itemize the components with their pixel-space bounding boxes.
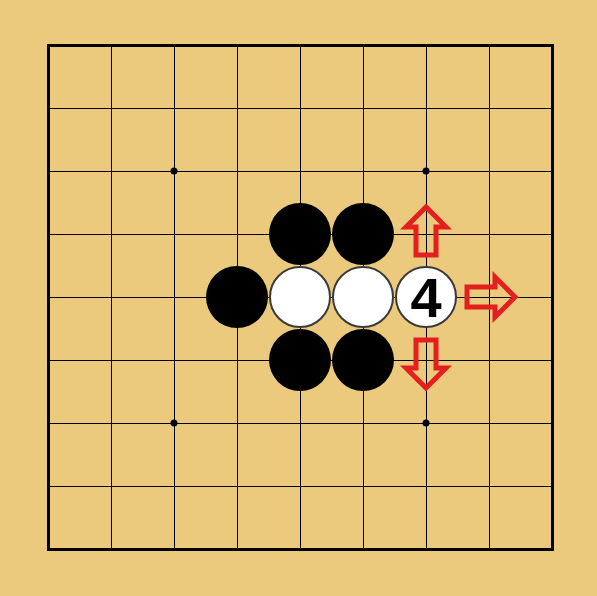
intersection-E6[interactable] bbox=[269, 203, 332, 266]
intersection-E1[interactable] bbox=[269, 518, 332, 581]
white-stone-F5 bbox=[332, 266, 394, 328]
black-stone-E6 bbox=[269, 203, 331, 265]
intersection-B8[interactable] bbox=[80, 77, 143, 140]
intersection-H7[interactable] bbox=[458, 140, 521, 203]
intersection-A3[interactable] bbox=[17, 392, 80, 455]
intersection-G2[interactable] bbox=[395, 455, 458, 518]
intersection-G7[interactable] bbox=[395, 140, 458, 203]
arrow-up-icon bbox=[404, 205, 448, 257]
move-number-label: 4 bbox=[410, 270, 441, 326]
intersection-A8[interactable] bbox=[17, 77, 80, 140]
intersection-E3[interactable] bbox=[269, 392, 332, 455]
intersection-C1[interactable] bbox=[143, 518, 206, 581]
intersection-H6[interactable] bbox=[458, 203, 521, 266]
intersection-A6[interactable] bbox=[17, 203, 80, 266]
intersection-B7[interactable] bbox=[80, 140, 143, 203]
intersection-D1[interactable] bbox=[206, 518, 269, 581]
intersection-H9[interactable] bbox=[458, 14, 521, 77]
intersection-H2[interactable] bbox=[458, 455, 521, 518]
intersection-J5[interactable] bbox=[521, 266, 584, 329]
intersection-F5[interactable] bbox=[332, 266, 395, 329]
intersection-G9[interactable] bbox=[395, 14, 458, 77]
intersection-C7[interactable] bbox=[143, 140, 206, 203]
intersection-A1[interactable] bbox=[17, 518, 80, 581]
intersection-B1[interactable] bbox=[80, 518, 143, 581]
intersection-C5[interactable] bbox=[143, 266, 206, 329]
intersection-J8[interactable] bbox=[521, 77, 584, 140]
intersection-G4[interactable] bbox=[395, 329, 458, 392]
intersection-J4[interactable] bbox=[521, 329, 584, 392]
intersection-E5[interactable] bbox=[269, 266, 332, 329]
intersection-F6[interactable] bbox=[332, 203, 395, 266]
go-board[interactable]: 4 bbox=[17, 14, 584, 581]
arrow-right-icon bbox=[469, 271, 513, 323]
intersection-A5[interactable] bbox=[17, 266, 80, 329]
intersection-F4[interactable] bbox=[332, 329, 395, 392]
intersection-F9[interactable] bbox=[332, 14, 395, 77]
intersection-D9[interactable] bbox=[206, 14, 269, 77]
intersection-B5[interactable] bbox=[80, 266, 143, 329]
intersection-H1[interactable] bbox=[458, 518, 521, 581]
intersection-G6[interactable] bbox=[395, 203, 458, 266]
intersection-H5[interactable] bbox=[458, 266, 521, 329]
intersection-G8[interactable] bbox=[395, 77, 458, 140]
intersection-F7[interactable] bbox=[332, 140, 395, 203]
arrow-down-icon bbox=[404, 338, 448, 390]
intersection-F1[interactable] bbox=[332, 518, 395, 581]
intersection-D5[interactable] bbox=[206, 266, 269, 329]
intersection-D2[interactable] bbox=[206, 455, 269, 518]
go-board-diagram: 4 bbox=[0, 0, 597, 596]
white-stone-G5: 4 bbox=[395, 266, 457, 328]
intersection-J3[interactable] bbox=[521, 392, 584, 455]
intersection-B6[interactable] bbox=[80, 203, 143, 266]
intersection-C4[interactable] bbox=[143, 329, 206, 392]
intersection-H4[interactable] bbox=[458, 329, 521, 392]
white-stone-E5 bbox=[269, 266, 331, 328]
intersection-C9[interactable] bbox=[143, 14, 206, 77]
intersection-H3[interactable] bbox=[458, 392, 521, 455]
intersection-F8[interactable] bbox=[332, 77, 395, 140]
intersection-J6[interactable] bbox=[521, 203, 584, 266]
intersection-J2[interactable] bbox=[521, 455, 584, 518]
intersection-B2[interactable] bbox=[80, 455, 143, 518]
intersection-E7[interactable] bbox=[269, 140, 332, 203]
black-stone-D5 bbox=[206, 266, 268, 328]
intersection-E4[interactable] bbox=[269, 329, 332, 392]
intersection-J9[interactable] bbox=[521, 14, 584, 77]
intersection-F2[interactable] bbox=[332, 455, 395, 518]
intersection-A9[interactable] bbox=[17, 14, 80, 77]
intersection-C2[interactable] bbox=[143, 455, 206, 518]
intersection-E2[interactable] bbox=[269, 455, 332, 518]
black-stone-E4 bbox=[269, 329, 331, 391]
intersection-G1[interactable] bbox=[395, 518, 458, 581]
intersection-F3[interactable] bbox=[332, 392, 395, 455]
intersection-D3[interactable] bbox=[206, 392, 269, 455]
intersection-B4[interactable] bbox=[80, 329, 143, 392]
intersection-E9[interactable] bbox=[269, 14, 332, 77]
intersection-J7[interactable] bbox=[521, 140, 584, 203]
intersection-C8[interactable] bbox=[143, 77, 206, 140]
intersection-J1[interactable] bbox=[521, 518, 584, 581]
intersection-A4[interactable] bbox=[17, 329, 80, 392]
intersection-D6[interactable] bbox=[206, 203, 269, 266]
intersection-A7[interactable] bbox=[17, 140, 80, 203]
intersection-C3[interactable] bbox=[143, 392, 206, 455]
intersection-B3[interactable] bbox=[80, 392, 143, 455]
intersection-D7[interactable] bbox=[206, 140, 269, 203]
black-stone-F6 bbox=[332, 203, 394, 265]
intersection-B9[interactable] bbox=[80, 14, 143, 77]
black-stone-F4 bbox=[332, 329, 394, 391]
intersection-D4[interactable] bbox=[206, 329, 269, 392]
intersection-H8[interactable] bbox=[458, 77, 521, 140]
intersection-G3[interactable] bbox=[395, 392, 458, 455]
intersection-E8[interactable] bbox=[269, 77, 332, 140]
intersection-G5[interactable]: 4 bbox=[395, 266, 458, 329]
intersection-C6[interactable] bbox=[143, 203, 206, 266]
intersection-D8[interactable] bbox=[206, 77, 269, 140]
intersection-A2[interactable] bbox=[17, 455, 80, 518]
